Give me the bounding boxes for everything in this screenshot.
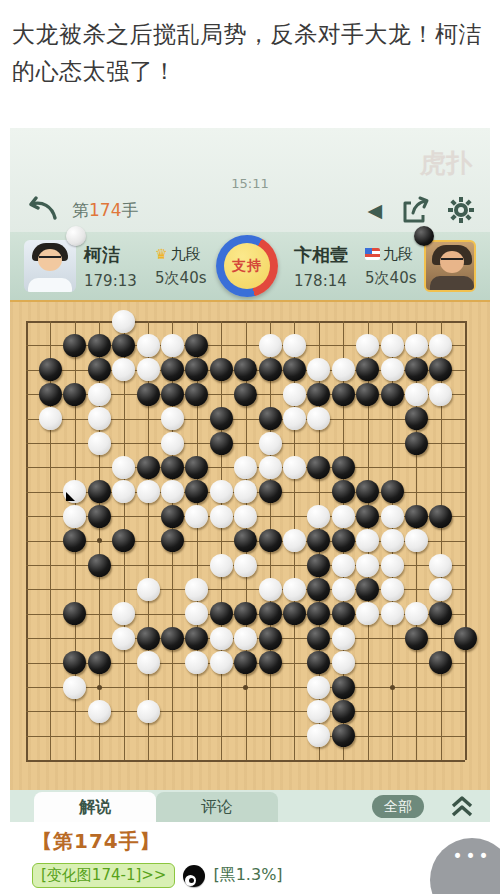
black-stone [88, 480, 111, 503]
player-left-clock: 179:13 [84, 272, 155, 290]
more-button[interactable]: ••• [430, 838, 500, 894]
star-point [390, 685, 395, 690]
black-stone [405, 627, 428, 650]
black-stone [161, 456, 184, 479]
black-stone [63, 651, 86, 674]
share-icon [401, 196, 429, 224]
black-stone [332, 700, 355, 723]
white-stone [210, 480, 233, 503]
go-board[interactable] [10, 302, 490, 790]
white-stone [381, 505, 404, 528]
white-stone [307, 676, 330, 699]
white-stone [210, 651, 233, 674]
white-stone [112, 456, 135, 479]
black-stone [405, 432, 428, 455]
white-stone [307, 724, 330, 747]
black-stone [356, 480, 379, 503]
white-stone [161, 334, 184, 357]
collapse-button[interactable] [448, 792, 476, 820]
white-stone [356, 334, 379, 357]
black-stone [307, 554, 330, 577]
black-stone [259, 358, 282, 381]
last-move-marker-icon [66, 492, 75, 501]
black-stone [307, 578, 330, 601]
grid-line-h [26, 736, 465, 737]
player-left-name: 柯洁 [84, 243, 155, 267]
black-stone [429, 602, 452, 625]
black-stone [185, 456, 208, 479]
white-stone [259, 432, 282, 455]
white-stone [307, 358, 330, 381]
status-time: 15:11 [10, 176, 490, 191]
black-stone [161, 383, 184, 406]
white-stone [283, 334, 306, 357]
black-stone-badge [414, 226, 434, 246]
black-stone [429, 505, 452, 528]
black-stone [137, 456, 160, 479]
black-stone [210, 602, 233, 625]
black-stone [405, 505, 428, 528]
black-stone [63, 529, 86, 552]
white-stone [185, 505, 208, 528]
tab-comments[interactable]: 评论 [156, 792, 278, 822]
black-stone [210, 407, 233, 430]
black-stone [63, 383, 86, 406]
black-stone [405, 358, 428, 381]
white-stone [88, 700, 111, 723]
app-header: 虎扑 15:11 第174手 ◀ [10, 128, 490, 232]
black-stone [454, 627, 477, 650]
black-stone [161, 529, 184, 552]
white-stone [381, 602, 404, 625]
tab-commentary[interactable]: 解说 [34, 792, 156, 822]
white-stone [259, 334, 282, 357]
white-stone [405, 602, 428, 625]
black-stone [63, 602, 86, 625]
white-stone [185, 602, 208, 625]
white-stone [307, 505, 330, 528]
white-stone [137, 480, 160, 503]
black-stone [137, 383, 160, 406]
black-stone [307, 602, 330, 625]
white-stone-badge [66, 226, 86, 246]
white-stone [381, 578, 404, 601]
white-stone [39, 407, 62, 430]
gear-icon [447, 196, 475, 224]
black-stone [259, 602, 282, 625]
white-stone [332, 505, 355, 528]
star-point [97, 538, 102, 543]
black-stone [259, 407, 282, 430]
black-stone [185, 358, 208, 381]
black-stone [234, 358, 257, 381]
white-stone [381, 358, 404, 381]
rank-flag-icon [365, 248, 380, 260]
white-stone [63, 480, 86, 503]
white-stone [356, 529, 379, 552]
prev-move-button[interactable]: ◀ [367, 199, 382, 221]
white-stone [283, 578, 306, 601]
player-right-rank: 九段 [365, 245, 424, 264]
black-stone [137, 627, 160, 650]
player-left-rank: ♛九段 [155, 245, 214, 264]
white-stone [112, 358, 135, 381]
white-stone [332, 627, 355, 650]
white-stone [332, 578, 355, 601]
black-stone [332, 676, 355, 699]
black-stone [332, 529, 355, 552]
white-stone [283, 383, 306, 406]
white-stone [161, 407, 184, 430]
white-stone [356, 602, 379, 625]
black-stone [39, 358, 62, 381]
back-arrow-icon [24, 196, 58, 224]
page-title: 大龙被杀之后搅乱局势，反杀对手大龙！柯洁的心态太强了！ [0, 0, 500, 90]
white-stone [112, 627, 135, 650]
white-stone [234, 505, 257, 528]
player-right-avatar[interactable] [424, 240, 476, 292]
white-stone [137, 700, 160, 723]
black-stone [429, 358, 452, 381]
grid-line-v [465, 321, 467, 760]
white-stone [405, 334, 428, 357]
black-stone [185, 480, 208, 503]
star-point [243, 685, 248, 690]
black-stone [356, 358, 379, 381]
player-right-name: 卞相壹 [294, 243, 365, 267]
black-stone [332, 724, 355, 747]
black-stone [332, 456, 355, 479]
white-stone [63, 505, 86, 528]
vote-button[interactable]: 支持 [216, 235, 278, 297]
white-stone [137, 334, 160, 357]
black-stone [307, 627, 330, 650]
white-stone [88, 383, 111, 406]
black-stone [88, 554, 111, 577]
black-stone [63, 334, 86, 357]
black-stone [234, 529, 257, 552]
black-stone [332, 480, 355, 503]
black-stone [88, 651, 111, 674]
black-stone [210, 432, 233, 455]
black-stone [234, 602, 257, 625]
black-stone [88, 358, 111, 381]
white-stone [307, 700, 330, 723]
share-button[interactable] [398, 193, 432, 227]
white-stone [381, 529, 404, 552]
white-stone [234, 627, 257, 650]
white-stone [88, 407, 111, 430]
white-stone [405, 383, 428, 406]
white-stone [63, 676, 86, 699]
black-stone [234, 383, 257, 406]
white-stone [210, 505, 233, 528]
black-stone [234, 651, 257, 674]
white-stone [234, 480, 257, 503]
white-stone [356, 554, 379, 577]
white-stone [381, 554, 404, 577]
black-stone [259, 529, 282, 552]
move-heading: 【第174手】 [32, 828, 490, 855]
black-stone [405, 407, 428, 430]
white-stone [332, 358, 355, 381]
white-stone [283, 529, 306, 552]
white-stone [234, 456, 257, 479]
back-button[interactable] [18, 193, 64, 227]
chevron-double-up-icon [449, 794, 475, 818]
white-stone [137, 358, 160, 381]
black-stone [161, 505, 184, 528]
white-stone [112, 602, 135, 625]
black-stone [259, 480, 282, 503]
move-indicator: 第174手 [72, 199, 138, 222]
black-stone [307, 383, 330, 406]
black-stone [332, 602, 355, 625]
white-stone [307, 407, 330, 430]
winrate-text: [黑1.3%] [213, 865, 282, 886]
white-stone [185, 651, 208, 674]
white-stone [259, 578, 282, 601]
black-stone [381, 383, 404, 406]
black-stone [112, 334, 135, 357]
white-stone [405, 529, 428, 552]
black-stone [88, 334, 111, 357]
go-app-frame: 虎扑 15:11 第174手 ◀ [10, 128, 490, 894]
white-stone [210, 554, 233, 577]
more-dots-icon: ••• [430, 846, 500, 866]
white-stone [283, 456, 306, 479]
white-stone [185, 578, 208, 601]
black-stone [356, 383, 379, 406]
star-point [97, 685, 102, 690]
black-stone [381, 480, 404, 503]
prev-triangle-icon: ◀ [367, 199, 382, 221]
black-stone [356, 505, 379, 528]
black-stone [307, 651, 330, 674]
black-stone [185, 627, 208, 650]
tabs-bar: 解说 评论 全部 [10, 790, 490, 822]
white-stone [161, 480, 184, 503]
white-stone [234, 554, 257, 577]
white-stone [112, 310, 135, 333]
black-stone [283, 358, 306, 381]
white-stone [429, 554, 452, 577]
white-stone [259, 456, 282, 479]
black-stone [259, 627, 282, 650]
black-stone [112, 529, 135, 552]
white-stone [332, 554, 355, 577]
white-stone [429, 383, 452, 406]
commentary-panel: 【第174手】 [变化图174-1]>> [黑1.3%] [10, 822, 490, 894]
white-stone [332, 651, 355, 674]
black-stone [39, 383, 62, 406]
black-stone [161, 358, 184, 381]
player-left-byoyomi: 5次40s [155, 269, 214, 288]
winrate-stone-icon [183, 865, 205, 887]
all-filter-button[interactable]: 全部 [372, 795, 424, 818]
white-stone [381, 334, 404, 357]
black-stone [185, 383, 208, 406]
player-right-byoyomi: 5次40s [365, 269, 424, 288]
black-stone [210, 358, 233, 381]
white-stone [283, 407, 306, 430]
black-stone [185, 334, 208, 357]
move-number: 174 [89, 200, 121, 220]
grid-line-h [26, 760, 465, 762]
nav-row: 第174手 ◀ [10, 190, 490, 230]
white-stone [161, 432, 184, 455]
white-stone [112, 480, 135, 503]
vote-button-label: 支持 [224, 243, 270, 289]
white-stone [137, 651, 160, 674]
black-stone [332, 383, 355, 406]
black-stone [356, 578, 379, 601]
white-stone [88, 432, 111, 455]
player-right-clock: 178:14 [294, 272, 365, 290]
white-stone [137, 578, 160, 601]
black-stone [161, 627, 184, 650]
black-stone [429, 651, 452, 674]
settings-button[interactable] [444, 193, 478, 227]
black-stone [307, 456, 330, 479]
player-left-avatar[interactable] [24, 240, 76, 292]
player-bar: 柯洁 179:13 ♛九段 5次40s 支持 卞相壹 178:14 九段 5次4… [10, 232, 490, 302]
white-stone [210, 627, 233, 650]
black-stone [283, 602, 306, 625]
black-stone [88, 505, 111, 528]
black-stone [307, 529, 330, 552]
white-stone [429, 578, 452, 601]
white-stone [429, 334, 452, 357]
black-stone [259, 651, 282, 674]
variation-tag[interactable]: [变化图174-1]>> [32, 863, 175, 888]
crown-icon: ♛ [155, 246, 168, 262]
